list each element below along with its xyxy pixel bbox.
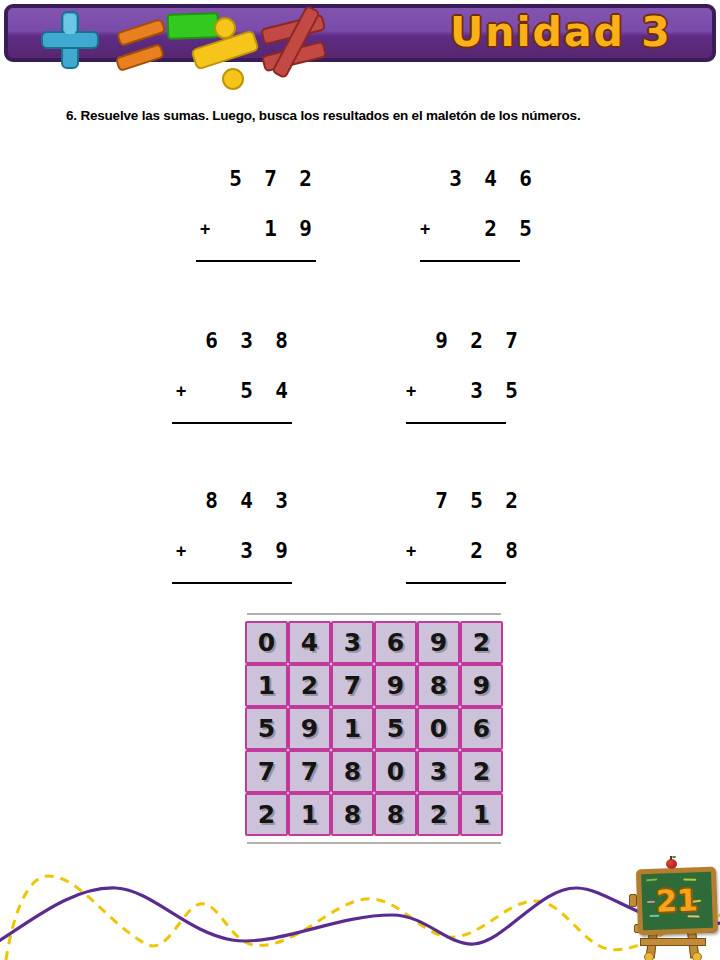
grid-cell-1-0[interactable]: 1 <box>245 664 288 707</box>
plus-sign: + <box>192 219 218 239</box>
answer-line[interactable] <box>420 260 520 262</box>
equals-icon <box>116 19 165 71</box>
addend-bottom: + 2 5 <box>412 216 554 242</box>
digit: 6 <box>194 329 229 353</box>
digit: 9 <box>424 329 459 353</box>
plus-sign: + <box>168 541 194 561</box>
answer-line[interactable] <box>172 422 292 424</box>
answer-line[interactable] <box>196 260 316 262</box>
digit: 2 <box>288 167 323 191</box>
digit: 2 <box>459 329 494 353</box>
digit: 3 <box>264 489 299 513</box>
chalkboard-page-number: 21 <box>624 860 720 960</box>
chalk-scribble <box>646 878 657 881</box>
grid-cell-0-4[interactable]: 9 <box>417 621 460 664</box>
addend-bottom: + 5 4 <box>168 378 310 404</box>
digit: 2 <box>459 539 494 563</box>
number-grid: 0 4 3 6 9 2 1 2 7 9 8 9 5 9 1 5 0 6 7 7 … <box>245 621 503 836</box>
plus-icon <box>42 12 98 68</box>
grid-cell-4-1[interactable]: 1 <box>288 793 331 836</box>
page-number: 21 <box>641 882 712 919</box>
digit: 9 <box>264 539 299 563</box>
plus-sign: + <box>168 381 194 401</box>
exercise-instruction: 6. Resuelve las sumas. Luego, busca los … <box>66 108 626 123</box>
digit: 1 <box>253 217 288 241</box>
purple-solid-wave <box>0 888 720 944</box>
grid-cell-1-4[interactable]: 8 <box>417 664 460 707</box>
grid-cell-2-5[interactable]: 6 <box>460 707 503 750</box>
not-equal-icon <box>261 6 326 78</box>
addition-problem-6: 7 5 2 + 2 8 <box>398 488 540 584</box>
grid-cell-0-0[interactable]: 0 <box>245 621 288 664</box>
digit: 3 <box>459 379 494 403</box>
grid-cell-3-2[interactable]: 8 <box>331 750 374 793</box>
grid-cell-2-4[interactable]: 0 <box>417 707 460 750</box>
digit: 4 <box>264 379 299 403</box>
addition-problem-2: 3 4 6 + 2 5 <box>412 166 554 262</box>
grid-cell-2-0[interactable]: 5 <box>245 707 288 750</box>
addend-bottom: + 3 9 <box>168 538 310 564</box>
digit: 5 <box>508 217 543 241</box>
grid-cell-0-3[interactable]: 6 <box>374 621 417 664</box>
digit: 4 <box>229 489 264 513</box>
minus-icon <box>168 13 219 39</box>
answer-line[interactable] <box>406 422 506 424</box>
digit: 9 <box>288 217 323 241</box>
easel-wheel <box>644 952 654 960</box>
grid-cell-3-3[interactable]: 0 <box>374 750 417 793</box>
digit: 5 <box>229 379 264 403</box>
digit: 7 <box>494 329 529 353</box>
grid-cell-1-5[interactable]: 9 <box>460 664 503 707</box>
addition-problem-3: 6 3 8 + 5 4 <box>168 328 310 424</box>
grid-cell-1-2[interactable]: 7 <box>331 664 374 707</box>
digit: 8 <box>494 539 529 563</box>
footer-wave-decoration <box>0 858 720 960</box>
easel-knob <box>629 894 637 907</box>
addend-top: 7 5 2 <box>398 488 540 514</box>
grid-cell-3-0[interactable]: 7 <box>245 750 288 793</box>
digit: 3 <box>229 329 264 353</box>
grid-cell-2-2[interactable]: 1 <box>331 707 374 750</box>
math-symbols-cluster <box>28 2 348 102</box>
grid-cell-3-4[interactable]: 3 <box>417 750 460 793</box>
plus-sign: + <box>398 381 424 401</box>
chalkboard: 21 <box>636 867 718 936</box>
digit: 7 <box>424 489 459 513</box>
digit: 3 <box>229 539 264 563</box>
grid-cell-0-2[interactable]: 3 <box>331 621 374 664</box>
plus-sign: + <box>398 541 424 561</box>
grid-cell-0-1[interactable]: 4 <box>288 621 331 664</box>
digit: 5 <box>494 379 529 403</box>
grid-cell-3-5[interactable]: 2 <box>460 750 503 793</box>
addend-bottom: + 3 5 <box>398 378 540 404</box>
grid-cell-2-1[interactable]: 9 <box>288 707 331 750</box>
addend-top: 6 3 8 <box>168 328 310 354</box>
apple-icon <box>666 859 677 869</box>
addend-top: 9 2 7 <box>398 328 540 354</box>
grid-cell-4-5[interactable]: 1 <box>460 793 503 836</box>
digit: 8 <box>264 329 299 353</box>
grid-cell-4-0[interactable]: 2 <box>245 793 288 836</box>
unit-title: Unidad 3 <box>450 8 672 56</box>
plus-sign: + <box>412 219 438 239</box>
digit: 5 <box>459 489 494 513</box>
addition-problem-1: 5 7 2 + 1 9 <box>192 166 334 262</box>
worksheet-page: Unidad 3 6. Resuelve las sumas. Luego, b… <box>0 0 720 960</box>
addend-top: 3 4 6 <box>412 166 554 192</box>
grid-cell-2-3[interactable]: 5 <box>374 707 417 750</box>
digit: 7 <box>253 167 288 191</box>
grid-cell-0-5[interactable]: 2 <box>460 621 503 664</box>
addend-bottom: + 1 9 <box>192 216 334 242</box>
addition-problem-4: 9 2 7 + 3 5 <box>398 328 540 424</box>
grid-cell-1-3[interactable]: 9 <box>374 664 417 707</box>
answer-line[interactable] <box>172 582 292 584</box>
digit: 3 <box>438 167 473 191</box>
grid-cell-4-3[interactable]: 8 <box>374 793 417 836</box>
easel-wheel <box>692 952 702 960</box>
answer-line[interactable] <box>406 582 506 584</box>
grid-cell-3-1[interactable]: 7 <box>288 750 331 793</box>
digit: 4 <box>473 167 508 191</box>
digit: 5 <box>218 167 253 191</box>
grid-cell-4-4[interactable]: 2 <box>417 793 460 836</box>
easel-crossbar <box>640 938 706 946</box>
grid-cell-4-2[interactable]: 8 <box>331 793 374 836</box>
addend-top: 5 7 2 <box>192 166 334 192</box>
addition-problem-5: 8 4 3 + 3 9 <box>168 488 310 584</box>
digit: 6 <box>508 167 543 191</box>
chalk-scribble <box>683 878 696 880</box>
digit: 8 <box>194 489 229 513</box>
addend-top: 8 4 3 <box>168 488 310 514</box>
digit: 2 <box>473 217 508 241</box>
digit: 2 <box>494 489 529 513</box>
grid-cell-1-1[interactable]: 2 <box>288 664 331 707</box>
addend-bottom: + 2 8 <box>398 538 540 564</box>
